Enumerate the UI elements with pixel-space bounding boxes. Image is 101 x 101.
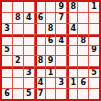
cell-r3c7: 4 — [67, 24, 77, 34]
cell-r1c6: 9 — [56, 2, 66, 12]
cell-r1c1[interactable] — [2, 2, 12, 12]
cell-r8c8: 6 — [78, 78, 88, 88]
cell-r2c1[interactable] — [2, 13, 12, 23]
cell-r1c4[interactable] — [35, 2, 45, 12]
cell-r1c3[interactable] — [24, 2, 34, 12]
cell-r7c8[interactable] — [78, 67, 88, 77]
cell-r5c6[interactable] — [56, 46, 66, 56]
cell-r8c1[interactable] — [2, 78, 12, 88]
cell-r2c9[interactable] — [89, 13, 99, 23]
cell-r6c1[interactable] — [2, 56, 12, 66]
cell-r5c3[interactable] — [24, 46, 34, 56]
cell-r6c4: 8 — [35, 56, 45, 66]
cell-r8c5[interactable] — [46, 78, 56, 88]
cell-r3c4[interactable] — [35, 24, 45, 34]
cell-r9c7[interactable] — [67, 89, 77, 99]
cell-r4c3[interactable] — [24, 35, 34, 45]
sudoku-board: 9818467384648592893154316657 — [0, 0, 101, 101]
cell-r6c8[interactable] — [78, 56, 88, 66]
cell-r9c5[interactable] — [46, 89, 56, 99]
cell-r7c1[interactable] — [2, 67, 12, 77]
cell-r2c6: 7 — [56, 13, 66, 23]
cell-r9c1: 6 — [2, 89, 12, 99]
cell-r7c3: 3 — [24, 67, 34, 77]
cell-r8c3[interactable] — [24, 78, 34, 88]
cell-r7c2[interactable] — [13, 67, 23, 77]
cell-r6c6[interactable] — [56, 56, 66, 66]
cell-r5c4[interactable] — [35, 46, 45, 56]
cell-r7c4[interactable] — [35, 67, 45, 77]
cell-r4c6: 4 — [56, 35, 66, 45]
cell-r6c3[interactable] — [24, 56, 34, 66]
cell-r2c2: 8 — [13, 13, 23, 23]
cell-r7c7[interactable] — [67, 67, 77, 77]
cell-r3c6[interactable] — [56, 24, 66, 34]
cell-r5c1: 5 — [2, 46, 12, 56]
cell-r9c8[interactable] — [78, 89, 88, 99]
cell-r8c4: 4 — [35, 78, 45, 88]
cell-r4c5: 6 — [46, 35, 56, 45]
cell-r7c5: 1 — [46, 67, 56, 77]
cell-r5c5[interactable] — [46, 46, 56, 56]
cell-r3c3[interactable] — [24, 24, 34, 34]
cell-r8c9[interactable] — [89, 78, 99, 88]
cell-r8c7: 1 — [67, 78, 77, 88]
cell-r6c5: 9 — [46, 56, 56, 66]
cell-r9c3: 5 — [24, 89, 34, 99]
cell-r8c6: 3 — [56, 78, 66, 88]
cell-r4c4[interactable] — [35, 35, 45, 45]
cell-r6c9[interactable] — [89, 56, 99, 66]
cell-r9c2[interactable] — [13, 89, 23, 99]
cell-r1c2[interactable] — [13, 2, 23, 12]
cell-r1c8[interactable] — [78, 2, 88, 12]
cell-r1c7: 8 — [67, 2, 77, 12]
cell-r3c5: 8 — [46, 24, 56, 34]
cell-r4c7[interactable] — [67, 35, 77, 45]
cell-r7c6[interactable] — [56, 67, 66, 77]
cell-r4c2[interactable] — [13, 35, 23, 45]
cell-r5c9: 9 — [89, 46, 99, 56]
cell-r9c4: 7 — [35, 89, 45, 99]
cell-r8c2[interactable] — [13, 78, 23, 88]
cell-r3c1: 3 — [2, 24, 12, 34]
cell-r7c9: 5 — [89, 67, 99, 77]
cell-r5c2[interactable] — [13, 46, 23, 56]
cell-r4c9[interactable] — [89, 35, 99, 45]
cell-r2c5[interactable] — [46, 13, 56, 23]
cell-r9c9[interactable] — [89, 89, 99, 99]
cell-r5c8[interactable] — [78, 46, 88, 56]
cell-r2c3: 4 — [24, 13, 34, 23]
cell-r4c8: 8 — [78, 35, 88, 45]
cell-r1c9: 1 — [89, 2, 99, 12]
cell-r6c2: 2 — [13, 56, 23, 66]
cell-r2c8[interactable] — [78, 13, 88, 23]
cell-r3c9[interactable] — [89, 24, 99, 34]
cell-r2c4: 6 — [35, 13, 45, 23]
cell-r9c6[interactable] — [56, 89, 66, 99]
cell-r5c7[interactable] — [67, 46, 77, 56]
cell-r1c5[interactable] — [46, 2, 56, 12]
cell-r6c7[interactable] — [67, 56, 77, 66]
cell-r3c8[interactable] — [78, 24, 88, 34]
cell-r4c1[interactable] — [2, 35, 12, 45]
cell-r3c2[interactable] — [13, 24, 23, 34]
cell-r2c7[interactable] — [67, 13, 77, 23]
